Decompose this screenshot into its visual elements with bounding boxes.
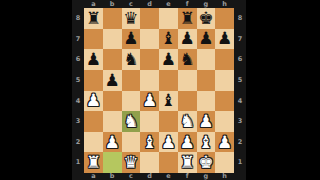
square-b5[interactable]: ♟ bbox=[103, 70, 122, 91]
rank-label-4: 4 bbox=[234, 91, 246, 112]
square-b1[interactable] bbox=[103, 152, 122, 173]
square-h4[interactable] bbox=[215, 91, 234, 112]
file-label-h: h bbox=[215, 0, 234, 8]
square-e4[interactable]: ♝ bbox=[159, 91, 178, 112]
square-d5[interactable] bbox=[140, 70, 159, 91]
white-pawn[interactable]: ♟ bbox=[161, 133, 176, 150]
rank-label-3: 3 bbox=[72, 111, 84, 132]
rank-label-2: 2 bbox=[72, 132, 84, 153]
white-pawn[interactable]: ♟ bbox=[217, 133, 232, 150]
square-d7[interactable] bbox=[140, 29, 159, 50]
square-e2[interactable]: ♟ bbox=[159, 132, 178, 153]
video-frame: abcdefgh 87654321 ♜♛♜♚♟♝♟♟♟♟♞♟♞♟♟♟♝♞♞♟♟♝… bbox=[0, 0, 320, 180]
square-c2[interactable] bbox=[122, 132, 141, 153]
rank-label-5: 5 bbox=[234, 70, 246, 91]
square-a5[interactable] bbox=[84, 70, 103, 91]
white-pawn[interactable]: ♟ bbox=[180, 133, 195, 150]
square-h8[interactable] bbox=[215, 8, 234, 29]
square-c1[interactable]: ♛ bbox=[122, 152, 141, 173]
square-f2[interactable]: ♟ bbox=[178, 132, 197, 153]
file-label-f: f bbox=[178, 173, 197, 180]
square-e5[interactable] bbox=[159, 70, 178, 91]
square-a4[interactable]: ♟ bbox=[84, 91, 103, 112]
rank-label-1: 1 bbox=[234, 152, 246, 173]
square-e7[interactable]: ♝ bbox=[159, 29, 178, 50]
square-f4[interactable] bbox=[178, 91, 197, 112]
white-pawn[interactable]: ♟ bbox=[142, 92, 157, 109]
square-d1[interactable] bbox=[140, 152, 159, 173]
black-bishop[interactable]: ♝ bbox=[161, 30, 176, 47]
rank-label-7: 7 bbox=[72, 29, 84, 50]
square-c3[interactable]: ♞ bbox=[122, 111, 141, 132]
square-b6[interactable] bbox=[103, 49, 122, 70]
square-f7[interactable]: ♟ bbox=[178, 29, 197, 50]
square-a6[interactable]: ♟ bbox=[84, 49, 103, 70]
square-d6[interactable] bbox=[140, 49, 159, 70]
file-label-e: e bbox=[159, 0, 178, 8]
black-pawn[interactable]: ♟ bbox=[180, 30, 195, 47]
rank-label-6: 6 bbox=[234, 49, 246, 70]
black-queen[interactable]: ♛ bbox=[123, 9, 138, 26]
rank-labels-left: 87654321 bbox=[72, 8, 84, 173]
square-f5[interactable] bbox=[178, 70, 197, 91]
black-pawn[interactable]: ♟ bbox=[105, 71, 120, 88]
letterbox-left bbox=[0, 0, 72, 180]
black-bishop[interactable]: ♝ bbox=[161, 92, 176, 109]
square-d4[interactable]: ♟ bbox=[140, 91, 159, 112]
chess-board[interactable]: ♜♛♜♚♟♝♟♟♟♟♞♟♞♟♟♟♝♞♞♟♟♝♟♟♝♟♜♛♜♚ bbox=[84, 8, 234, 173]
rank-label-7: 7 bbox=[234, 29, 246, 50]
black-pawn[interactable]: ♟ bbox=[86, 51, 101, 68]
file-label-g: g bbox=[197, 173, 216, 180]
square-f6[interactable]: ♞ bbox=[178, 49, 197, 70]
white-queen[interactable]: ♛ bbox=[123, 154, 138, 171]
square-b4[interactable] bbox=[103, 91, 122, 112]
black-pawn[interactable]: ♟ bbox=[198, 30, 213, 47]
rank-label-2: 2 bbox=[234, 132, 246, 153]
white-pawn[interactable]: ♟ bbox=[105, 133, 120, 150]
file-label-e: e bbox=[159, 173, 178, 180]
square-d2[interactable]: ♝ bbox=[140, 132, 159, 153]
square-h1[interactable] bbox=[215, 152, 234, 173]
square-h5[interactable] bbox=[215, 70, 234, 91]
square-e1[interactable] bbox=[159, 152, 178, 173]
rank-label-6: 6 bbox=[72, 49, 84, 70]
square-f1[interactable]: ♜ bbox=[178, 152, 197, 173]
file-label-b: b bbox=[103, 173, 122, 180]
square-f8[interactable]: ♜ bbox=[178, 8, 197, 29]
file-label-d: d bbox=[140, 0, 159, 8]
black-rook[interactable]: ♜ bbox=[180, 9, 195, 26]
square-a1[interactable]: ♜ bbox=[84, 152, 103, 173]
square-d8[interactable] bbox=[140, 8, 159, 29]
square-e3[interactable] bbox=[159, 111, 178, 132]
square-g3[interactable]: ♟ bbox=[197, 111, 216, 132]
white-pawn[interactable]: ♟ bbox=[198, 112, 213, 129]
square-b8[interactable] bbox=[103, 8, 122, 29]
file-label-a: a bbox=[84, 0, 103, 8]
square-h6[interactable] bbox=[215, 49, 234, 70]
square-e6[interactable]: ♟ bbox=[159, 49, 178, 70]
square-c5[interactable] bbox=[122, 70, 141, 91]
file-label-b: b bbox=[103, 0, 122, 8]
white-king[interactable]: ♚ bbox=[198, 154, 213, 171]
square-c7[interactable]: ♟ bbox=[122, 29, 141, 50]
rank-label-1: 1 bbox=[72, 152, 84, 173]
black-pawn[interactable]: ♟ bbox=[123, 30, 138, 47]
square-h7[interactable]: ♟ bbox=[215, 29, 234, 50]
rank-label-8: 8 bbox=[72, 8, 84, 29]
rank-label-8: 8 bbox=[234, 8, 246, 29]
white-knight[interactable]: ♞ bbox=[123, 112, 138, 129]
square-e8[interactable] bbox=[159, 8, 178, 29]
file-labels-top: abcdefgh bbox=[84, 0, 234, 8]
square-g1[interactable]: ♚ bbox=[197, 152, 216, 173]
letterbox-right bbox=[246, 0, 320, 180]
white-bishop[interactable]: ♝ bbox=[142, 133, 157, 150]
rank-labels-right: 87654321 bbox=[234, 8, 246, 173]
square-g2[interactable]: ♝ bbox=[197, 132, 216, 153]
file-label-a: a bbox=[84, 173, 103, 180]
file-label-h: h bbox=[215, 173, 234, 180]
square-b7[interactable] bbox=[103, 29, 122, 50]
square-d3[interactable] bbox=[140, 111, 159, 132]
file-label-c: c bbox=[122, 0, 141, 8]
white-bishop[interactable]: ♝ bbox=[198, 133, 213, 150]
square-a3[interactable] bbox=[84, 111, 103, 132]
white-knight[interactable]: ♞ bbox=[180, 112, 195, 129]
file-label-f: f bbox=[178, 0, 197, 8]
file-label-c: c bbox=[122, 173, 141, 180]
square-c8[interactable]: ♛ bbox=[122, 8, 141, 29]
square-g8[interactable]: ♚ bbox=[197, 8, 216, 29]
black-king[interactable]: ♚ bbox=[198, 9, 213, 26]
black-pawn[interactable]: ♟ bbox=[161, 51, 176, 68]
square-f3[interactable]: ♞ bbox=[178, 111, 197, 132]
white-pawn[interactable]: ♟ bbox=[86, 92, 101, 109]
square-c6[interactable]: ♞ bbox=[122, 49, 141, 70]
square-g5[interactable] bbox=[197, 70, 216, 91]
black-rook[interactable]: ♜ bbox=[86, 9, 101, 26]
square-h3[interactable] bbox=[215, 111, 234, 132]
file-labels-bottom: abcdefgh bbox=[84, 173, 234, 180]
square-b3[interactable] bbox=[103, 111, 122, 132]
square-a2[interactable] bbox=[84, 132, 103, 153]
square-c4[interactable] bbox=[122, 91, 141, 112]
file-label-g: g bbox=[197, 0, 216, 8]
square-g4[interactable] bbox=[197, 91, 216, 112]
white-rook[interactable]: ♜ bbox=[180, 154, 195, 171]
square-a7[interactable] bbox=[84, 29, 103, 50]
black-knight[interactable]: ♞ bbox=[180, 51, 195, 68]
chess-board-frame: abcdefgh 87654321 ♜♛♜♚♟♝♟♟♟♟♞♟♞♟♟♟♝♞♞♟♟♝… bbox=[72, 0, 246, 180]
square-b2[interactable]: ♟ bbox=[103, 132, 122, 153]
file-label-d: d bbox=[140, 173, 159, 180]
square-g6[interactable] bbox=[197, 49, 216, 70]
square-h2[interactable]: ♟ bbox=[215, 132, 234, 153]
black-pawn[interactable]: ♟ bbox=[217, 30, 232, 47]
rank-label-3: 3 bbox=[234, 111, 246, 132]
rank-label-5: 5 bbox=[72, 70, 84, 91]
square-a8[interactable]: ♜ bbox=[84, 8, 103, 29]
white-rook[interactable]: ♜ bbox=[86, 154, 101, 171]
black-knight[interactable]: ♞ bbox=[123, 51, 138, 68]
square-g7[interactable]: ♟ bbox=[197, 29, 216, 50]
rank-label-4: 4 bbox=[72, 91, 84, 112]
